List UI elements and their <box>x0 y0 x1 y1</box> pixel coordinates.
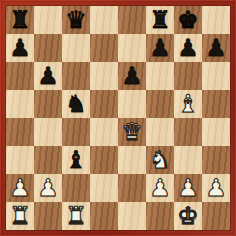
square-g3[interactable] <box>174 146 202 174</box>
square-f5[interactable] <box>146 90 174 118</box>
square-e1[interactable] <box>118 202 146 230</box>
square-g2[interactable]: ♟ <box>174 174 202 202</box>
square-h1[interactable] <box>202 202 230 230</box>
black-bishop[interactable]: ♝ <box>65 146 87 174</box>
black-pawn[interactable]: ♟ <box>37 62 59 90</box>
square-c1[interactable]: ♜ <box>62 202 90 230</box>
square-g1[interactable]: ♚ <box>174 202 202 230</box>
square-a4[interactable] <box>6 118 34 146</box>
square-b1[interactable] <box>34 202 62 230</box>
square-d2[interactable] <box>90 174 118 202</box>
square-h8[interactable] <box>202 6 230 34</box>
black-rook[interactable]: ♜ <box>9 6 31 34</box>
square-d1[interactable] <box>90 202 118 230</box>
square-e8[interactable] <box>118 6 146 34</box>
square-d8[interactable] <box>90 6 118 34</box>
black-king[interactable]: ♚ <box>177 6 199 34</box>
white-rook[interactable]: ♜ <box>65 202 87 230</box>
square-h2[interactable]: ♟ <box>202 174 230 202</box>
black-pawn[interactable]: ♟ <box>9 34 31 62</box>
square-f8[interactable]: ♜ <box>146 6 174 34</box>
black-pawn[interactable]: ♟ <box>121 62 143 90</box>
white-pawn[interactable]: ♟ <box>149 174 171 202</box>
square-b7[interactable] <box>34 34 62 62</box>
black-pawn[interactable]: ♟ <box>149 34 171 62</box>
square-b5[interactable] <box>34 90 62 118</box>
square-h4[interactable] <box>202 118 230 146</box>
black-pawn[interactable]: ♟ <box>177 34 199 62</box>
square-c8[interactable]: ♛ <box>62 6 90 34</box>
square-c2[interactable] <box>62 174 90 202</box>
white-rook[interactable]: ♜ <box>9 202 31 230</box>
square-d4[interactable] <box>90 118 118 146</box>
square-g6[interactable] <box>174 62 202 90</box>
square-h3[interactable] <box>202 146 230 174</box>
square-g5[interactable]: ♝ <box>174 90 202 118</box>
square-d6[interactable] <box>90 62 118 90</box>
square-e2[interactable] <box>118 174 146 202</box>
black-knight[interactable]: ♞ <box>65 90 87 118</box>
white-king[interactable]: ♚ <box>177 202 199 230</box>
white-pawn[interactable]: ♟ <box>205 174 227 202</box>
square-d7[interactable] <box>90 34 118 62</box>
square-a1[interactable]: ♜ <box>6 202 34 230</box>
square-a8[interactable]: ♜ <box>6 6 34 34</box>
square-a7[interactable]: ♟ <box>6 34 34 62</box>
square-a6[interactable] <box>6 62 34 90</box>
screenshot-root: ♜♛♜♚♟♟♟♟♟♟♞♝♛♝♞♟♟♟♟♟♜♜♚ <box>0 0 236 236</box>
square-h7[interactable]: ♟ <box>202 34 230 62</box>
square-f2[interactable]: ♟ <box>146 174 174 202</box>
chess-board: ♜♛♜♚♟♟♟♟♟♟♞♝♛♝♞♟♟♟♟♟♜♜♚ <box>6 6 230 230</box>
white-pawn[interactable]: ♟ <box>37 174 59 202</box>
square-e7[interactable] <box>118 34 146 62</box>
square-d5[interactable] <box>90 90 118 118</box>
square-a5[interactable] <box>6 90 34 118</box>
white-bishop[interactable]: ♝ <box>177 90 199 118</box>
square-e4[interactable]: ♛ <box>118 118 146 146</box>
square-b3[interactable] <box>34 146 62 174</box>
square-e6[interactable]: ♟ <box>118 62 146 90</box>
board-border: ♜♛♜♚♟♟♟♟♟♟♞♝♛♝♞♟♟♟♟♟♜♜♚ <box>0 0 236 236</box>
square-b2[interactable]: ♟ <box>34 174 62 202</box>
square-b6[interactable]: ♟ <box>34 62 62 90</box>
square-h5[interactable] <box>202 90 230 118</box>
square-e5[interactable] <box>118 90 146 118</box>
square-c5[interactable]: ♞ <box>62 90 90 118</box>
square-c3[interactable]: ♝ <box>62 146 90 174</box>
square-h6[interactable] <box>202 62 230 90</box>
white-knight[interactable]: ♞ <box>149 146 171 174</box>
black-rook[interactable]: ♜ <box>149 6 171 34</box>
square-d3[interactable] <box>90 146 118 174</box>
square-g7[interactable]: ♟ <box>174 34 202 62</box>
square-c6[interactable] <box>62 62 90 90</box>
square-f6[interactable] <box>146 62 174 90</box>
square-b8[interactable] <box>34 6 62 34</box>
square-f3[interactable]: ♞ <box>146 146 174 174</box>
white-pawn[interactable]: ♟ <box>177 174 199 202</box>
white-pawn[interactable]: ♟ <box>9 174 31 202</box>
square-b4[interactable] <box>34 118 62 146</box>
square-e3[interactable] <box>118 146 146 174</box>
square-f1[interactable] <box>146 202 174 230</box>
square-f7[interactable]: ♟ <box>146 34 174 62</box>
square-g4[interactable] <box>174 118 202 146</box>
square-c4[interactable] <box>62 118 90 146</box>
square-g8[interactable]: ♚ <box>174 6 202 34</box>
square-a3[interactable] <box>6 146 34 174</box>
square-a2[interactable]: ♟ <box>6 174 34 202</box>
square-f4[interactable] <box>146 118 174 146</box>
white-queen[interactable]: ♛ <box>121 118 143 146</box>
square-c7[interactable] <box>62 34 90 62</box>
black-pawn[interactable]: ♟ <box>205 34 227 62</box>
black-queen[interactable]: ♛ <box>65 6 87 34</box>
